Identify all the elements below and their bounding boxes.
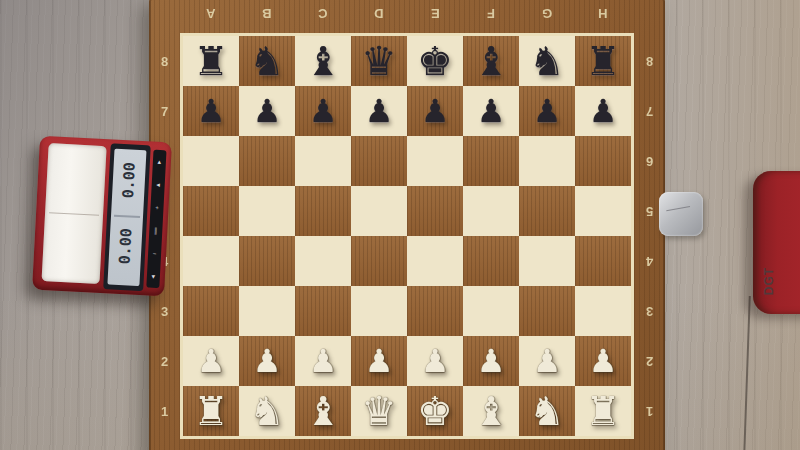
white-rook-a1[interactable]: ♜ [193,391,229,431]
rank-label-left-8: 8 [161,54,168,69]
white-pawn-h2[interactable]: ♟ [589,345,618,377]
rank-label-left-1: 1 [161,404,168,419]
rank-label-right-3: 3 [646,304,653,319]
square-b5[interactable] [239,186,295,236]
black-pawn-h7[interactable]: ♟ [589,95,618,127]
white-pawn-d2[interactable]: ♟ [365,345,394,377]
white-pawn-c2[interactable]: ♟ [309,345,338,377]
square-h8[interactable]: ♜ [575,36,631,86]
square-f8[interactable]: ♝ [463,36,519,86]
file-label-g: G [542,6,552,21]
square-f6[interactable] [463,136,519,186]
square-f1[interactable]: ♝ [463,386,519,436]
black-pawn-f7[interactable]: ♟ [477,95,506,127]
black-rook-a8[interactable]: ♜ [193,41,229,81]
file-label-b: B [262,6,271,21]
white-knight-b1[interactable]: ♞ [249,391,285,431]
white-queen-d1[interactable]: ♛ [361,391,397,431]
square-a3[interactable] [183,286,239,336]
square-e6[interactable] [407,136,463,186]
black-queen-d8[interactable]: ♛ [361,41,397,81]
square-f5[interactable] [463,186,519,236]
dgt-red-device: DGT [753,171,800,314]
tabletop-scene: ABCDEFGH 87654321 87654321 ♜♞♝♛♚♝♞♜♟♟♟♟♟… [0,0,800,450]
square-d4[interactable] [351,236,407,286]
square-g7[interactable]: ♟ [519,86,575,136]
clock-lcd-divider [114,215,140,218]
black-pawn-b7[interactable]: ♟ [253,95,282,127]
white-knight-g1[interactable]: ♞ [529,391,565,431]
white-pawn-g2[interactable]: ♟ [533,345,562,377]
square-a4[interactable] [183,236,239,286]
clock-button-3[interactable]: + [155,204,159,210]
white-pawn-f2[interactable]: ♟ [477,345,506,377]
square-h5[interactable] [575,186,631,236]
chess-board-squares: ♜♞♝♛♚♝♞♜♟♟♟♟♟♟♟♟♟♟♟♟♟♟♟♟♜♞♝♛♚♝♞♜ [180,33,634,439]
square-c2[interactable]: ♟ [295,336,351,386]
white-bishop-f1[interactable]: ♝ [473,391,509,431]
clock-rocker-lever[interactable] [42,143,107,284]
clock-button-1[interactable]: ▲ [156,158,162,164]
chess-board: ABCDEFGH 87654321 87654321 ♜♞♝♛♚♝♞♜♟♟♟♟♟… [149,0,665,450]
square-e7[interactable]: ♟ [407,86,463,136]
rank-label-left-2: 2 [161,354,168,369]
square-g5[interactable] [519,186,575,236]
black-bishop-c8[interactable]: ♝ [305,41,341,81]
black-king-e8[interactable]: ♚ [417,41,453,81]
rank-label-right-7: 7 [646,104,653,119]
rank-label-right-2: 2 [646,354,653,369]
square-b7[interactable]: ♟ [239,86,295,136]
square-e3[interactable] [407,286,463,336]
square-f3[interactable] [463,286,519,336]
clock-lcd-bezel: 0.00 0.00 [103,143,151,291]
white-pawn-b2[interactable]: ♟ [253,345,282,377]
black-pawn-c7[interactable]: ♟ [309,95,338,127]
black-pawn-e7[interactable]: ♟ [421,95,450,127]
black-pawn-a7[interactable]: ♟ [197,95,226,127]
square-e2[interactable]: ♟ [407,336,463,386]
square-d7[interactable]: ♟ [351,86,407,136]
square-g6[interactable] [519,136,575,186]
square-f7[interactable]: ♟ [463,86,519,136]
rank-label-left-3: 3 [161,304,168,319]
black-knight-g8[interactable]: ♞ [529,41,565,81]
clock-lcd-screen: 0.00 0.00 [107,149,146,286]
square-c1[interactable]: ♝ [295,386,351,436]
square-c3[interactable] [295,286,351,336]
square-b3[interactable] [239,286,295,336]
square-e1[interactable]: ♚ [407,386,463,436]
square-d3[interactable] [351,286,407,336]
white-king-e1[interactable]: ♚ [417,391,453,431]
square-e8[interactable]: ♚ [407,36,463,86]
square-g2[interactable]: ♟ [519,336,575,386]
file-label-a: A [206,6,215,21]
file-label-d: D [374,6,383,21]
square-e5[interactable] [407,186,463,236]
square-g4[interactable] [519,236,575,286]
square-a8[interactable]: ♜ [183,36,239,86]
file-label-c: C [318,6,327,21]
white-bishop-c1[interactable]: ♝ [305,391,341,431]
white-rook-h1[interactable]: ♜ [585,391,621,431]
square-h4[interactable] [575,236,631,286]
white-pawn-e2[interactable]: ♟ [421,345,450,377]
clock-button-5[interactable]: − [153,250,157,256]
rank-label-right-4: 4 [646,254,653,269]
square-d8[interactable]: ♛ [351,36,407,86]
square-h7[interactable]: ♟ [575,86,631,136]
square-a1[interactable]: ♜ [183,386,239,436]
rank-label-right-8: 8 [646,54,653,69]
square-g8[interactable]: ♞ [519,36,575,86]
square-b4[interactable] [239,236,295,286]
clock-button-4[interactable]: ║ [154,227,159,233]
white-pawn-a2[interactable]: ♟ [197,345,226,377]
square-c4[interactable] [295,236,351,286]
square-b8[interactable]: ♞ [239,36,295,86]
grey-square-token[interactable] [659,192,703,236]
file-label-h: H [598,6,607,21]
square-f4[interactable] [463,236,519,286]
black-pawn-d7[interactable]: ♟ [365,95,394,127]
rank-label-left-7: 7 [161,104,168,119]
square-c5[interactable] [295,186,351,236]
square-f2[interactable]: ♟ [463,336,519,386]
file-label-f: F [487,6,495,21]
square-b2[interactable]: ♟ [239,336,295,386]
black-knight-b8[interactable]: ♞ [249,41,285,81]
rank-label-right-5: 5 [646,204,653,219]
rank-label-right-6: 6 [646,154,653,169]
square-g1[interactable]: ♞ [519,386,575,436]
square-c6[interactable] [295,136,351,186]
square-h1[interactable]: ♜ [575,386,631,436]
file-labels-top: ABCDEFGH [183,0,631,33]
square-d6[interactable] [351,136,407,186]
square-d1[interactable]: ♛ [351,386,407,436]
square-e4[interactable] [407,236,463,286]
square-b1[interactable]: ♞ [239,386,295,436]
square-a5[interactable] [183,186,239,236]
rank-labels-right: 87654321 [634,36,665,436]
square-g3[interactable] [519,286,575,336]
square-h3[interactable] [575,286,631,336]
square-h6[interactable] [575,136,631,186]
clock-button-6[interactable]: ▼ [150,273,156,279]
clock-button-2[interactable]: ◄ [155,181,161,187]
black-bishop-f8[interactable]: ♝ [473,41,509,81]
rank-label-right-1: 1 [646,404,653,419]
black-pawn-g7[interactable]: ♟ [533,95,562,127]
square-h2[interactable]: ♟ [575,336,631,386]
square-c7[interactable]: ♟ [295,86,351,136]
square-d5[interactable] [351,186,407,236]
square-a2[interactable]: ♟ [183,336,239,386]
file-label-e: E [431,6,440,21]
dgt-chess-clock: 0.00 0.00 ▲◄+║−▼ [32,136,172,297]
clock-time-top: 0.00 [119,166,139,199]
square-b6[interactable] [239,136,295,186]
square-a6[interactable] [183,136,239,186]
clock-time-bottom: 0.00 [116,232,136,265]
dgt-logo: DGT [762,267,776,295]
square-d2[interactable]: ♟ [351,336,407,386]
black-rook-h8[interactable]: ♜ [585,41,621,81]
square-a7[interactable]: ♟ [183,86,239,136]
square-c8[interactable]: ♝ [295,36,351,86]
